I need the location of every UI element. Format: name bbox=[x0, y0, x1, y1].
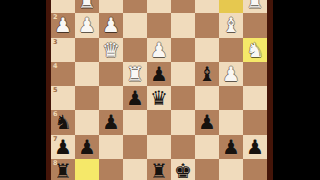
square[interactable] bbox=[147, 0, 171, 13]
square[interactable] bbox=[243, 13, 267, 37]
square[interactable] bbox=[99, 0, 123, 13]
square[interactable] bbox=[171, 86, 195, 110]
square[interactable]: 2♟ bbox=[51, 13, 75, 37]
white-pawn[interactable]: ♟ bbox=[51, 13, 75, 37]
square[interactable] bbox=[75, 159, 99, 180]
black-queen[interactable]: ♛ bbox=[147, 86, 171, 110]
white-pawn[interactable]: ♟ bbox=[147, 38, 171, 62]
chess-board: 1♜♜2♟♟♟♝3♛♟♞4♜♟♝♟5♟♛6♞♟♟7♟♟♟♟8♜♜♚ bbox=[51, 0, 267, 180]
square[interactable]: ♝ bbox=[195, 62, 219, 86]
square[interactable]: ♟ bbox=[147, 62, 171, 86]
square[interactable] bbox=[195, 86, 219, 110]
square[interactable] bbox=[195, 159, 219, 180]
square[interactable]: ♜ bbox=[123, 62, 147, 86]
black-bishop[interactable]: ♝ bbox=[195, 62, 219, 86]
square[interactable] bbox=[75, 110, 99, 134]
square[interactable] bbox=[123, 135, 147, 159]
square[interactable]: ♜ bbox=[243, 0, 267, 13]
square[interactable] bbox=[219, 110, 243, 134]
square[interactable] bbox=[99, 86, 123, 110]
black-pawn[interactable]: ♟ bbox=[243, 135, 267, 159]
square[interactable] bbox=[219, 159, 243, 180]
black-pawn[interactable]: ♟ bbox=[195, 110, 219, 134]
square[interactable] bbox=[219, 86, 243, 110]
white-queen[interactable]: ♛ bbox=[99, 38, 123, 62]
square[interactable] bbox=[195, 13, 219, 37]
square[interactable] bbox=[147, 135, 171, 159]
square[interactable]: ♟ bbox=[195, 110, 219, 134]
square[interactable] bbox=[75, 38, 99, 62]
square[interactable] bbox=[195, 0, 219, 13]
black-pawn[interactable]: ♟ bbox=[51, 135, 75, 159]
square[interactable] bbox=[123, 159, 147, 180]
square[interactable] bbox=[75, 86, 99, 110]
square[interactable] bbox=[195, 135, 219, 159]
square[interactable] bbox=[171, 0, 195, 13]
square[interactable] bbox=[171, 135, 195, 159]
square[interactable] bbox=[171, 13, 195, 37]
black-pawn[interactable]: ♟ bbox=[147, 62, 171, 86]
video-frame: 1♜♜2♟♟♟♝3♛♟♞4♜♟♝♟5♟♛6♞♟♟7♟♟♟♟8♜♜♚ bbox=[0, 0, 320, 180]
square[interactable] bbox=[243, 110, 267, 134]
square[interactable] bbox=[99, 159, 123, 180]
square[interactable]: 7♟ bbox=[51, 135, 75, 159]
rank-label: 3 bbox=[53, 39, 58, 46]
black-rook[interactable]: ♜ bbox=[147, 159, 171, 180]
white-bishop[interactable]: ♝ bbox=[219, 13, 243, 37]
square[interactable]: ♟ bbox=[219, 62, 243, 86]
square[interactable] bbox=[99, 62, 123, 86]
square[interactable] bbox=[243, 62, 267, 86]
square[interactable]: ♟ bbox=[147, 38, 171, 62]
white-pawn[interactable]: ♟ bbox=[75, 13, 99, 37]
square[interactable]: ♞ bbox=[243, 38, 267, 62]
black-pawn[interactable]: ♟ bbox=[219, 135, 243, 159]
square[interactable]: 8♜ bbox=[51, 159, 75, 180]
square[interactable]: ♟ bbox=[243, 135, 267, 159]
black-king[interactable]: ♚ bbox=[171, 159, 195, 180]
white-pawn[interactable]: ♟ bbox=[219, 62, 243, 86]
square[interactable]: ♛ bbox=[99, 38, 123, 62]
black-pawn[interactable]: ♟ bbox=[123, 86, 147, 110]
square[interactable] bbox=[171, 110, 195, 134]
square[interactable]: 1 bbox=[51, 0, 75, 13]
square[interactable] bbox=[123, 0, 147, 13]
square[interactable] bbox=[171, 38, 195, 62]
square[interactable] bbox=[243, 159, 267, 180]
square[interactable] bbox=[219, 0, 243, 13]
square[interactable]: 3 bbox=[51, 38, 75, 62]
square[interactable] bbox=[171, 62, 195, 86]
black-knight[interactable]: ♞ bbox=[51, 110, 75, 134]
square[interactable]: ♚ bbox=[171, 159, 195, 180]
square[interactable] bbox=[195, 38, 219, 62]
white-knight[interactable]: ♞ bbox=[243, 38, 267, 62]
square[interactable]: ♟ bbox=[219, 135, 243, 159]
black-rook[interactable]: ♜ bbox=[51, 159, 75, 180]
black-pawn[interactable]: ♟ bbox=[75, 135, 99, 159]
square[interactable]: ♟ bbox=[75, 13, 99, 37]
square[interactable] bbox=[147, 13, 171, 37]
black-pawn[interactable]: ♟ bbox=[99, 110, 123, 134]
rank-label: 4 bbox=[53, 63, 58, 70]
square[interactable] bbox=[243, 86, 267, 110]
square[interactable] bbox=[99, 135, 123, 159]
square[interactable] bbox=[75, 62, 99, 86]
right-margin-strip bbox=[267, 0, 273, 180]
square[interactable] bbox=[123, 13, 147, 37]
square[interactable] bbox=[123, 110, 147, 134]
square[interactable]: 4 bbox=[51, 62, 75, 86]
square[interactable]: ♝ bbox=[219, 13, 243, 37]
square[interactable]: ♛ bbox=[147, 86, 171, 110]
square[interactable]: ♟ bbox=[75, 135, 99, 159]
white-pawn[interactable]: ♟ bbox=[99, 13, 123, 37]
square[interactable] bbox=[147, 110, 171, 134]
square[interactable]: ♟ bbox=[123, 86, 147, 110]
square[interactable]: 6♞ bbox=[51, 110, 75, 134]
square[interactable]: 5 bbox=[51, 86, 75, 110]
square[interactable] bbox=[219, 38, 243, 62]
square[interactable]: ♟ bbox=[99, 13, 123, 37]
white-rook[interactable]: ♜ bbox=[75, 0, 99, 13]
square[interactable]: ♜ bbox=[75, 0, 99, 13]
rank-label: 5 bbox=[53, 87, 58, 94]
white-rook[interactable]: ♜ bbox=[123, 62, 147, 86]
white-rook[interactable]: ♜ bbox=[243, 0, 267, 13]
square[interactable]: ♟ bbox=[99, 110, 123, 134]
square[interactable] bbox=[123, 38, 147, 62]
square[interactable]: ♜ bbox=[147, 159, 171, 180]
